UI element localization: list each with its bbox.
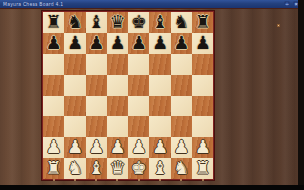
piece-white-pawn[interactable]: ♟ xyxy=(107,137,128,158)
file-mark-h xyxy=(202,179,204,181)
piece-white-rook[interactable]: ♜ xyxy=(43,158,64,179)
square-h7[interactable]: ♟ xyxy=(192,33,213,54)
piece-white-king[interactable]: ♚ xyxy=(128,158,149,179)
piece-white-pawn[interactable]: ♟ xyxy=(192,137,213,158)
square-a5[interactable] xyxy=(43,75,64,96)
square-a1[interactable]: ♜ xyxy=(43,158,64,179)
square-g6[interactable] xyxy=(171,54,192,75)
square-c8[interactable]: ♝ xyxy=(86,12,107,33)
square-h1[interactable]: ♜ xyxy=(192,158,213,179)
file-mark-c xyxy=(95,179,97,181)
square-c1[interactable]: ♝ xyxy=(86,158,107,179)
square-b7[interactable]: ♟ xyxy=(64,33,85,54)
square-g3[interactable] xyxy=(171,116,192,137)
square-h8[interactable]: ♜ xyxy=(192,12,213,33)
square-b3[interactable] xyxy=(64,116,85,137)
square-d5[interactable] xyxy=(107,75,128,96)
piece-black-pawn[interactable]: ♟ xyxy=(171,33,192,54)
file-mark-a xyxy=(53,179,55,181)
square-a4[interactable] xyxy=(43,96,64,117)
square-g7[interactable]: ♟ xyxy=(171,33,192,54)
piece-white-pawn[interactable]: ♟ xyxy=(64,137,85,158)
piece-white-pawn[interactable]: ♟ xyxy=(149,137,170,158)
chess-app-window: Mayura Chess Board 4.1 – × ♜♞♝♛♚♝♞♜♟♟♟♟♟… xyxy=(0,0,304,190)
piece-black-bishop[interactable]: ♝ xyxy=(149,12,170,33)
square-g5[interactable] xyxy=(171,75,192,96)
square-f5[interactable] xyxy=(149,75,170,96)
square-g1[interactable]: ♞ xyxy=(171,158,192,179)
square-f7[interactable]: ♟ xyxy=(149,33,170,54)
square-h4[interactable] xyxy=(192,96,213,117)
square-h3[interactable] xyxy=(192,116,213,137)
piece-white-rook[interactable]: ♜ xyxy=(192,158,213,179)
piece-black-pawn[interactable]: ♟ xyxy=(149,33,170,54)
file-mark-b xyxy=(74,179,76,181)
square-d6[interactable] xyxy=(107,54,128,75)
piece-black-pawn[interactable]: ♟ xyxy=(107,33,128,54)
piece-black-knight[interactable]: ♞ xyxy=(64,12,85,33)
square-e2[interactable]: ♟ xyxy=(128,137,149,158)
square-g8[interactable]: ♞ xyxy=(171,12,192,33)
square-f2[interactable]: ♟ xyxy=(149,137,170,158)
square-c6[interactable] xyxy=(86,54,107,75)
file-mark-g xyxy=(180,179,182,181)
square-a6[interactable] xyxy=(43,54,64,75)
piece-white-bishop[interactable]: ♝ xyxy=(86,158,107,179)
piece-black-pawn[interactable]: ♟ xyxy=(43,33,64,54)
title-bar: Mayura Chess Board 4.1 xyxy=(0,0,298,8)
board: ♜♞♝♛♚♝♞♜♟♟♟♟♟♟♟♟♟♟♟♟♟♟♟♟♜♞♝♛♚♝♞♜ xyxy=(43,12,213,179)
square-e3[interactable] xyxy=(128,116,149,137)
square-f6[interactable] xyxy=(149,54,170,75)
square-b5[interactable] xyxy=(64,75,85,96)
square-c3[interactable] xyxy=(86,116,107,137)
piece-black-rook[interactable]: ♜ xyxy=(192,12,213,33)
piece-black-pawn[interactable]: ♟ xyxy=(64,33,85,54)
piece-black-pawn[interactable]: ♟ xyxy=(128,33,149,54)
piece-white-pawn[interactable]: ♟ xyxy=(43,137,64,158)
square-h2[interactable]: ♟ xyxy=(192,137,213,158)
window-title: Mayura Chess Board 4.1 xyxy=(3,2,63,6)
square-a3[interactable] xyxy=(43,116,64,137)
square-g2[interactable]: ♟ xyxy=(171,137,192,158)
file-mark-f xyxy=(159,179,161,181)
square-d2[interactable]: ♟ xyxy=(107,137,128,158)
piece-white-knight[interactable]: ♞ xyxy=(171,158,192,179)
square-c2[interactable]: ♟ xyxy=(86,137,107,158)
square-c4[interactable] xyxy=(86,96,107,117)
piece-black-knight[interactable]: ♞ xyxy=(171,12,192,33)
square-c7[interactable]: ♟ xyxy=(86,33,107,54)
piece-black-bishop[interactable]: ♝ xyxy=(86,12,107,33)
square-a7[interactable]: ♟ xyxy=(43,33,64,54)
piece-white-pawn[interactable]: ♟ xyxy=(86,137,107,158)
piece-white-pawn[interactable]: ♟ xyxy=(171,137,192,158)
square-e4[interactable] xyxy=(128,96,149,117)
square-b8[interactable]: ♞ xyxy=(64,12,85,33)
square-c5[interactable] xyxy=(86,75,107,96)
square-a2[interactable]: ♟ xyxy=(43,137,64,158)
square-h5[interactable] xyxy=(192,75,213,96)
square-e1[interactable]: ♚ xyxy=(128,158,149,179)
square-g4[interactable] xyxy=(171,96,192,117)
piece-white-knight[interactable]: ♞ xyxy=(64,158,85,179)
piece-black-pawn[interactable]: ♟ xyxy=(192,33,213,54)
piece-black-pawn[interactable]: ♟ xyxy=(86,33,107,54)
square-f4[interactable] xyxy=(149,96,170,117)
piece-white-queen[interactable]: ♛ xyxy=(107,158,128,179)
minimize-button[interactable]: – xyxy=(285,2,290,7)
square-f3[interactable] xyxy=(149,116,170,137)
piece-white-bishop[interactable]: ♝ xyxy=(149,158,170,179)
window-edge-bottom xyxy=(0,185,304,190)
file-mark-d xyxy=(116,179,118,181)
piece-black-king[interactable]: ♚ xyxy=(128,12,149,33)
square-d3[interactable] xyxy=(107,116,128,137)
square-b2[interactable]: ♟ xyxy=(64,137,85,158)
square-b4[interactable] xyxy=(64,96,85,117)
square-d7[interactable]: ♟ xyxy=(107,33,128,54)
square-b6[interactable] xyxy=(64,54,85,75)
window-edge-right xyxy=(298,0,304,190)
file-mark-e xyxy=(138,179,140,181)
piece-black-rook[interactable]: ♜ xyxy=(43,12,64,33)
square-e6[interactable] xyxy=(128,54,149,75)
piece-white-pawn[interactable]: ♟ xyxy=(128,137,149,158)
cursor-dot xyxy=(277,24,280,27)
square-b1[interactable]: ♞ xyxy=(64,158,85,179)
square-d4[interactable] xyxy=(107,96,128,117)
square-h6[interactable] xyxy=(192,54,213,75)
square-e7[interactable]: ♟ xyxy=(128,33,149,54)
square-f1[interactable]: ♝ xyxy=(149,158,170,179)
square-d1[interactable]: ♛ xyxy=(107,158,128,179)
square-e5[interactable] xyxy=(128,75,149,96)
square-d8[interactable]: ♛ xyxy=(107,12,128,33)
square-a8[interactable]: ♜ xyxy=(43,12,64,33)
piece-black-queen[interactable]: ♛ xyxy=(107,12,128,33)
square-e8[interactable]: ♚ xyxy=(128,12,149,33)
square-f8[interactable]: ♝ xyxy=(149,12,170,33)
